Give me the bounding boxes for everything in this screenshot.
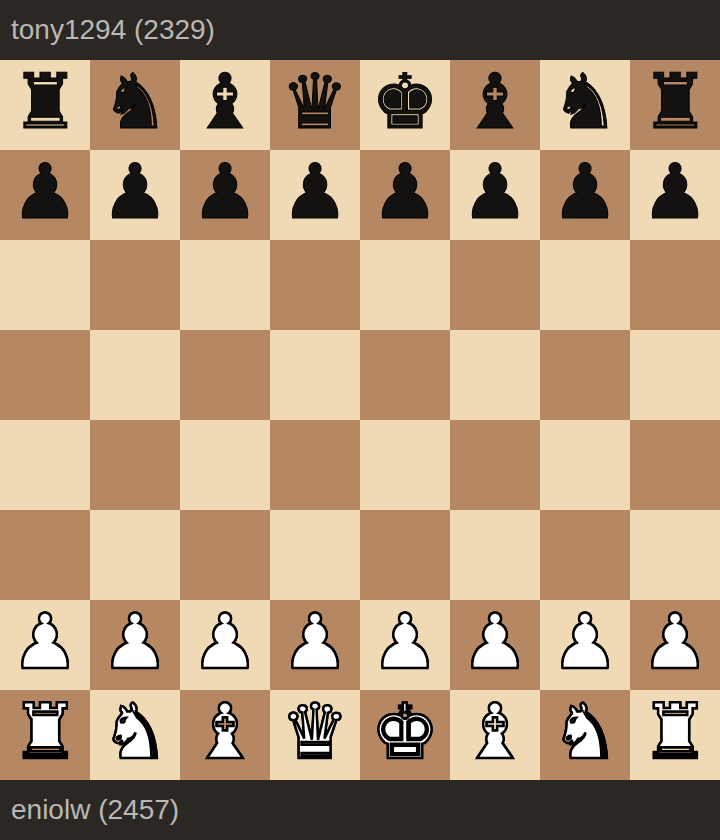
- black-knight-b8[interactable]: ♞: [101, 60, 169, 147]
- square-b1[interactable]: ♞: [90, 690, 180, 780]
- square-d7[interactable]: ♟: [270, 150, 360, 240]
- white-queen-d1[interactable]: ♛: [281, 690, 349, 777]
- square-f4[interactable]: [450, 420, 540, 510]
- square-e8[interactable]: ♚: [360, 60, 450, 150]
- black-knight-g8[interactable]: ♞: [551, 60, 619, 147]
- square-g6[interactable]: [540, 240, 630, 330]
- square-a2[interactable]: ♟: [0, 600, 90, 690]
- white-bishop-c1[interactable]: ♝: [191, 690, 259, 777]
- square-e5[interactable]: [360, 330, 450, 420]
- square-a3[interactable]: [0, 510, 90, 600]
- square-f1[interactable]: ♝: [450, 690, 540, 780]
- square-b4[interactable]: [90, 420, 180, 510]
- square-d1[interactable]: ♛: [270, 690, 360, 780]
- square-a1[interactable]: ♜: [0, 690, 90, 780]
- square-e2[interactable]: ♟: [360, 600, 450, 690]
- black-pawn-g7[interactable]: ♟: [551, 150, 619, 237]
- black-king-e8[interactable]: ♚: [371, 60, 439, 147]
- square-h5[interactable]: [630, 330, 720, 420]
- chess-board: ♜♞♝♛♚♝♞♜♟♟♟♟♟♟♟♟♟♟♟♟♟♟♟♟♜♞♝♛♚♝♞♜: [0, 60, 720, 780]
- square-d2[interactable]: ♟: [270, 600, 360, 690]
- black-bishop-c8[interactable]: ♝: [191, 60, 259, 147]
- square-d3[interactable]: [270, 510, 360, 600]
- square-f5[interactable]: [450, 330, 540, 420]
- square-h6[interactable]: [630, 240, 720, 330]
- black-pawn-b7[interactable]: ♟: [101, 150, 169, 237]
- white-pawn-e2[interactable]: ♟: [371, 600, 439, 687]
- square-h4[interactable]: [630, 420, 720, 510]
- square-g8[interactable]: ♞: [540, 60, 630, 150]
- square-c2[interactable]: ♟: [180, 600, 270, 690]
- square-c8[interactable]: ♝: [180, 60, 270, 150]
- square-c3[interactable]: [180, 510, 270, 600]
- square-e1[interactable]: ♚: [360, 690, 450, 780]
- square-f8[interactable]: ♝: [450, 60, 540, 150]
- square-g3[interactable]: [540, 510, 630, 600]
- top-player-name[interactable]: tony1294 (2329): [11, 16, 215, 44]
- square-h2[interactable]: ♟: [630, 600, 720, 690]
- square-b5[interactable]: [90, 330, 180, 420]
- white-pawn-d2[interactable]: ♟: [281, 600, 349, 687]
- square-h8[interactable]: ♜: [630, 60, 720, 150]
- square-c6[interactable]: [180, 240, 270, 330]
- square-a5[interactable]: [0, 330, 90, 420]
- white-rook-a1[interactable]: ♜: [11, 690, 79, 777]
- square-d4[interactable]: [270, 420, 360, 510]
- square-d6[interactable]: [270, 240, 360, 330]
- square-e7[interactable]: ♟: [360, 150, 450, 240]
- square-b7[interactable]: ♟: [90, 150, 180, 240]
- square-f6[interactable]: [450, 240, 540, 330]
- bottom-player-name[interactable]: eniolw (2457): [11, 796, 179, 824]
- square-f2[interactable]: ♟: [450, 600, 540, 690]
- white-bishop-f1[interactable]: ♝: [461, 690, 529, 777]
- top-player-bar: tony1294 (2329): [0, 0, 720, 60]
- square-g2[interactable]: ♟: [540, 600, 630, 690]
- white-pawn-g2[interactable]: ♟: [551, 600, 619, 687]
- square-b2[interactable]: ♟: [90, 600, 180, 690]
- square-c5[interactable]: [180, 330, 270, 420]
- square-g5[interactable]: [540, 330, 630, 420]
- black-queen-d8[interactable]: ♛: [281, 60, 349, 147]
- square-d8[interactable]: ♛: [270, 60, 360, 150]
- black-pawn-a7[interactable]: ♟: [11, 150, 79, 237]
- square-h1[interactable]: ♜: [630, 690, 720, 780]
- square-c7[interactable]: ♟: [180, 150, 270, 240]
- white-pawn-a2[interactable]: ♟: [11, 600, 79, 687]
- white-pawn-b2[interactable]: ♟: [101, 600, 169, 687]
- bottom-player-bar: eniolw (2457): [0, 780, 720, 840]
- square-g7[interactable]: ♟: [540, 150, 630, 240]
- square-f7[interactable]: ♟: [450, 150, 540, 240]
- square-b3[interactable]: [90, 510, 180, 600]
- black-pawn-h7[interactable]: ♟: [641, 150, 709, 237]
- square-d5[interactable]: [270, 330, 360, 420]
- white-pawn-h2[interactable]: ♟: [641, 600, 709, 687]
- square-g1[interactable]: ♞: [540, 690, 630, 780]
- square-h3[interactable]: [630, 510, 720, 600]
- square-f3[interactable]: [450, 510, 540, 600]
- black-rook-h8[interactable]: ♜: [641, 60, 709, 147]
- white-knight-b1[interactable]: ♞: [101, 690, 169, 777]
- square-a6[interactable]: [0, 240, 90, 330]
- white-rook-h1[interactable]: ♜: [641, 690, 709, 777]
- black-pawn-d7[interactable]: ♟: [281, 150, 349, 237]
- black-pawn-f7[interactable]: ♟: [461, 150, 529, 237]
- square-e4[interactable]: [360, 420, 450, 510]
- square-a4[interactable]: [0, 420, 90, 510]
- square-a8[interactable]: ♜: [0, 60, 90, 150]
- square-b6[interactable]: [90, 240, 180, 330]
- white-king-e1[interactable]: ♚: [371, 690, 439, 777]
- chess-game-screen: tony1294 (2329) ♜♞♝♛♚♝♞♜♟♟♟♟♟♟♟♟♟♟♟♟♟♟♟♟…: [0, 0, 720, 840]
- square-c1[interactable]: ♝: [180, 690, 270, 780]
- square-h7[interactable]: ♟: [630, 150, 720, 240]
- black-bishop-f8[interactable]: ♝: [461, 60, 529, 147]
- black-rook-a8[interactable]: ♜: [11, 60, 79, 147]
- square-b8[interactable]: ♞: [90, 60, 180, 150]
- white-pawn-c2[interactable]: ♟: [191, 600, 259, 687]
- square-a7[interactable]: ♟: [0, 150, 90, 240]
- white-knight-g1[interactable]: ♞: [551, 690, 619, 777]
- square-g4[interactable]: [540, 420, 630, 510]
- square-e6[interactable]: [360, 240, 450, 330]
- square-e3[interactable]: [360, 510, 450, 600]
- black-pawn-c7[interactable]: ♟: [191, 150, 259, 237]
- white-pawn-f2[interactable]: ♟: [461, 600, 529, 687]
- square-c4[interactable]: [180, 420, 270, 510]
- black-pawn-e7[interactable]: ♟: [371, 150, 439, 237]
